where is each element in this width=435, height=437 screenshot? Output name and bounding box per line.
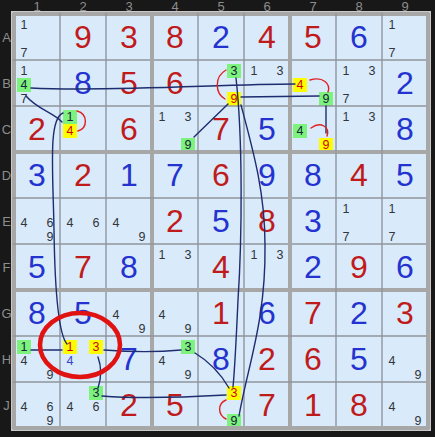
- candidate-3: 3: [365, 64, 379, 78]
- big-digit-2: 2: [198, 14, 244, 60]
- candidate-4: 4: [155, 354, 169, 368]
- row-label-J: J: [0, 382, 13, 428]
- candidate-3: 3: [181, 340, 195, 354]
- cell-A2[interactable]: 9: [60, 14, 106, 60]
- candidate-9: 9: [181, 138, 195, 152]
- col-label-5: 5: [198, 0, 244, 14]
- big-digit-7: 7: [60, 244, 106, 290]
- candidate-6: 6: [89, 400, 103, 414]
- candidate-1: 1: [385, 202, 399, 216]
- big-digit-2: 2: [382, 60, 428, 106]
- col-label-7: 7: [290, 0, 336, 14]
- cell-F4[interactable]: 13: [152, 244, 198, 290]
- cell-F8[interactable]: 9: [336, 244, 382, 290]
- cell-B7[interactable]: 49: [290, 60, 336, 106]
- candidate-9: 9: [43, 414, 57, 428]
- candidate-1: 1: [247, 64, 261, 78]
- big-digit-5: 5: [106, 60, 152, 106]
- candidate-1: 1: [17, 18, 31, 32]
- candidate-7: 7: [339, 92, 353, 106]
- row-label-G: G: [0, 290, 13, 336]
- cell-E3[interactable]: 49: [106, 198, 152, 244]
- candidate-9: 9: [135, 230, 149, 244]
- candidate-1: 1: [385, 18, 399, 32]
- candidate-7: 7: [17, 92, 31, 106]
- candidate-4: 4: [63, 124, 77, 138]
- cell-H7[interactable]: 6: [290, 336, 336, 382]
- cell-H9[interactable]: 49: [382, 336, 428, 382]
- big-digit-6: 6: [290, 336, 336, 382]
- row-label-B: B: [0, 60, 13, 106]
- big-digit-3: 3: [382, 290, 428, 336]
- cell-E9[interactable]: 17: [382, 198, 428, 244]
- cell-C3[interactable]: 6: [106, 106, 152, 152]
- cell-J5[interactable]: 39: [198, 382, 244, 428]
- candidate-4: 4: [17, 78, 31, 92]
- cell-H2[interactable]: 134: [60, 336, 106, 382]
- cell-D8[interactable]: 4: [336, 152, 382, 198]
- col-label-6: 6: [244, 0, 290, 14]
- cell-D9[interactable]: 5: [382, 152, 428, 198]
- row-label-D: D: [0, 152, 13, 198]
- candidate-1: 1: [247, 248, 261, 262]
- candidate-4: 4: [385, 400, 399, 414]
- candidate-9: 9: [319, 92, 333, 106]
- candidate-4: 4: [109, 308, 123, 322]
- cell-A4[interactable]: 8: [152, 14, 198, 60]
- big-digit-7: 7: [152, 152, 198, 198]
- big-digit-8: 8: [290, 152, 336, 198]
- row-label-F: F: [0, 244, 13, 290]
- big-digit-8: 8: [14, 290, 60, 336]
- cell-G5[interactable]: 1: [198, 290, 244, 336]
- candidate-3: 3: [89, 386, 103, 400]
- cell-E5[interactable]: 5: [198, 198, 244, 244]
- big-digit-3: 3: [290, 198, 336, 244]
- candidate-4: 4: [385, 354, 399, 368]
- candidate-1: 1: [17, 340, 31, 354]
- cell-A5[interactable]: 2: [198, 14, 244, 60]
- cell-G6[interactable]: 6: [244, 290, 290, 336]
- big-digit-6: 6: [106, 106, 152, 152]
- candidate-6: 6: [43, 216, 57, 230]
- candidate-7: 7: [385, 46, 399, 60]
- big-digit-5: 5: [336, 336, 382, 382]
- cell-D1[interactable]: 3: [14, 152, 60, 198]
- candidate-4: 4: [17, 400, 31, 414]
- big-digit-6: 6: [244, 290, 290, 336]
- candidate-3: 3: [227, 386, 241, 400]
- cell-E6[interactable]: 8: [244, 198, 290, 244]
- candidate-1: 1: [339, 110, 353, 124]
- big-digit-5: 5: [60, 290, 106, 336]
- cell-B1[interactable]: 147: [14, 60, 60, 106]
- cell-G8[interactable]: 2: [336, 290, 382, 336]
- cell-B9[interactable]: 2: [382, 60, 428, 106]
- cell-J2[interactable]: 346: [60, 382, 106, 428]
- big-digit-2: 2: [336, 290, 382, 336]
- cell-C9[interactable]: 8: [382, 106, 428, 152]
- candidate-1: 1: [155, 248, 169, 262]
- big-digit-2: 2: [290, 244, 336, 290]
- candidate-3: 3: [89, 340, 103, 354]
- cell-E4[interactable]: 2: [152, 198, 198, 244]
- big-digit-2: 2: [14, 106, 60, 152]
- cell-B3[interactable]: 5: [106, 60, 152, 106]
- cell-F7[interactable]: 2: [290, 244, 336, 290]
- cell-F9[interactable]: 6: [382, 244, 428, 290]
- cell-C1[interactable]: 2: [14, 106, 60, 152]
- row-label-C: C: [0, 106, 13, 152]
- col-label-1: 1: [14, 0, 60, 14]
- big-digit-2: 2: [60, 152, 106, 198]
- cell-F3[interactable]: 8: [106, 244, 152, 290]
- cell-G3[interactable]: 49: [106, 290, 152, 336]
- candidate-3: 3: [227, 64, 241, 78]
- sudoku-board: 123456789 ABCDEFGHJ 17938245617147856391…: [0, 0, 435, 437]
- candidate-9: 9: [411, 368, 425, 382]
- big-digit-8: 8: [152, 14, 198, 60]
- cell-J1[interactable]: 469: [14, 382, 60, 428]
- cell-H3[interactable]: 7: [106, 336, 152, 382]
- big-digit-7: 7: [198, 106, 244, 152]
- cell-C7[interactable]: 49: [290, 106, 336, 152]
- candidate-3: 3: [181, 248, 195, 262]
- cell-G4[interactable]: 49: [152, 290, 198, 336]
- cell-H1[interactable]: 149: [14, 336, 60, 382]
- cell-C5[interactable]: 7: [198, 106, 244, 152]
- candidate-7: 7: [385, 230, 399, 244]
- candidate-9: 9: [227, 92, 241, 106]
- candidate-1: 1: [63, 110, 77, 124]
- cell-D3[interactable]: 1: [106, 152, 152, 198]
- candidate-1: 1: [339, 202, 353, 216]
- cell-G2[interactable]: 5: [60, 290, 106, 336]
- cell-F1[interactable]: 5: [14, 244, 60, 290]
- big-digit-6: 6: [382, 244, 428, 290]
- big-digit-8: 8: [198, 336, 244, 382]
- cell-G9[interactable]: 3: [382, 290, 428, 336]
- cell-A8[interactable]: 6: [336, 14, 382, 60]
- cell-J7[interactable]: 1: [290, 382, 336, 428]
- row-label-E: E: [0, 198, 13, 244]
- cell-A7[interactable]: 5: [290, 14, 336, 60]
- candidate-9: 9: [227, 414, 241, 428]
- sudoku-grid: 1793824561714785639134913722146139754913…: [14, 14, 428, 428]
- col-label-9: 9: [382, 0, 428, 14]
- cell-B8[interactable]: 137: [336, 60, 382, 106]
- big-digit-7: 7: [106, 336, 152, 382]
- big-digit-9: 9: [244, 152, 290, 198]
- cell-B6[interactable]: 13: [244, 60, 290, 106]
- cell-C6[interactable]: 5: [244, 106, 290, 152]
- cell-E7[interactable]: 3: [290, 198, 336, 244]
- big-digit-1: 1: [106, 152, 152, 198]
- cell-D7[interactable]: 8: [290, 152, 336, 198]
- big-digit-5: 5: [382, 152, 428, 198]
- big-digit-3: 3: [14, 152, 60, 198]
- candidate-4: 4: [17, 216, 31, 230]
- big-digit-5: 5: [152, 382, 198, 428]
- candidate-4: 4: [63, 354, 77, 368]
- col-label-3: 3: [106, 0, 152, 14]
- cell-D5[interactable]: 6: [198, 152, 244, 198]
- candidate-9: 9: [181, 368, 195, 382]
- candidate-9: 9: [135, 322, 149, 336]
- candidate-3: 3: [181, 110, 195, 124]
- row-label-A: A: [0, 14, 13, 60]
- cell-E8[interactable]: 17: [336, 198, 382, 244]
- cell-D2[interactable]: 2: [60, 152, 106, 198]
- big-digit-8: 8: [244, 198, 290, 244]
- candidate-9: 9: [411, 414, 425, 428]
- cell-A1[interactable]: 17: [14, 14, 60, 60]
- big-digit-5: 5: [198, 198, 244, 244]
- big-digit-6: 6: [152, 60, 198, 106]
- candidate-9: 9: [43, 368, 57, 382]
- candidate-6: 6: [89, 216, 103, 230]
- cell-H4[interactable]: 349: [152, 336, 198, 382]
- big-digit-4: 4: [244, 14, 290, 60]
- cell-H8[interactable]: 5: [336, 336, 382, 382]
- col-label-8: 8: [336, 0, 382, 14]
- candidate-3: 3: [365, 110, 379, 124]
- cell-A3[interactable]: 3: [106, 14, 152, 60]
- big-digit-2: 2: [152, 198, 198, 244]
- big-digit-6: 6: [336, 14, 382, 60]
- col-label-2: 2: [60, 0, 106, 14]
- cell-G7[interactable]: 7: [290, 290, 336, 336]
- candidate-4: 4: [63, 400, 77, 414]
- big-digit-6: 6: [198, 152, 244, 198]
- cell-F5[interactable]: 4: [198, 244, 244, 290]
- cell-A9[interactable]: 17: [382, 14, 428, 60]
- candidate-4: 4: [155, 308, 169, 322]
- candidate-7: 7: [339, 230, 353, 244]
- cell-H6[interactable]: 2: [244, 336, 290, 382]
- cell-J8[interactable]: 8: [336, 382, 382, 428]
- big-digit-5: 5: [14, 244, 60, 290]
- cell-J3[interactable]: 2: [106, 382, 152, 428]
- cell-B5[interactable]: 39: [198, 60, 244, 106]
- big-digit-8: 8: [382, 106, 428, 152]
- row-label-H: H: [0, 336, 13, 382]
- candidate-4: 4: [293, 78, 307, 92]
- big-digit-2: 2: [106, 382, 152, 428]
- cell-E2[interactable]: 46: [60, 198, 106, 244]
- candidate-6: 6: [43, 400, 57, 414]
- big-digit-4: 4: [336, 152, 382, 198]
- big-digit-4: 4: [198, 244, 244, 290]
- cell-A6[interactable]: 4: [244, 14, 290, 60]
- candidate-4: 4: [293, 124, 307, 138]
- candidate-4: 4: [17, 354, 31, 368]
- big-digit-1: 1: [198, 290, 244, 336]
- candidate-4: 4: [109, 216, 123, 230]
- big-digit-9: 9: [336, 244, 382, 290]
- candidate-9: 9: [319, 138, 333, 152]
- candidate-1: 1: [155, 110, 169, 124]
- candidate-3: 3: [273, 248, 287, 262]
- big-digit-3: 3: [106, 14, 152, 60]
- candidate-1: 1: [339, 64, 353, 78]
- big-digit-5: 5: [290, 14, 336, 60]
- big-digit-9: 9: [60, 14, 106, 60]
- cell-C4[interactable]: 139: [152, 106, 198, 152]
- big-digit-8: 8: [336, 382, 382, 428]
- cell-D4[interactable]: 7: [152, 152, 198, 198]
- cell-C2[interactable]: 14: [60, 106, 106, 152]
- big-digit-7: 7: [244, 382, 290, 428]
- cell-D6[interactable]: 9: [244, 152, 290, 198]
- candidate-9: 9: [181, 322, 195, 336]
- candidate-9: 9: [43, 230, 57, 244]
- big-digit-8: 8: [106, 244, 152, 290]
- candidate-3: 3: [273, 64, 287, 78]
- cell-G1[interactable]: 8: [14, 290, 60, 336]
- cell-B2[interactable]: 8: [60, 60, 106, 106]
- big-digit-5: 5: [244, 106, 290, 152]
- cell-F6[interactable]: 13: [244, 244, 290, 290]
- candidate-7: 7: [17, 46, 31, 60]
- cell-B4[interactable]: 6: [152, 60, 198, 106]
- cell-C8[interactable]: 13: [336, 106, 382, 152]
- candidate-4: 4: [63, 216, 77, 230]
- big-digit-1: 1: [290, 382, 336, 428]
- cell-J4[interactable]: 5: [152, 382, 198, 428]
- cell-J6[interactable]: 7: [244, 382, 290, 428]
- cell-H5[interactable]: 8: [198, 336, 244, 382]
- col-label-4: 4: [152, 0, 198, 14]
- big-digit-7: 7: [290, 290, 336, 336]
- candidate-1: 1: [63, 340, 77, 354]
- cell-J9[interactable]: 49: [382, 382, 428, 428]
- candidate-1: 1: [17, 64, 31, 78]
- cell-F2[interactable]: 7: [60, 244, 106, 290]
- cell-E1[interactable]: 469: [14, 198, 60, 244]
- big-digit-2: 2: [244, 336, 290, 382]
- big-digit-8: 8: [60, 60, 106, 106]
